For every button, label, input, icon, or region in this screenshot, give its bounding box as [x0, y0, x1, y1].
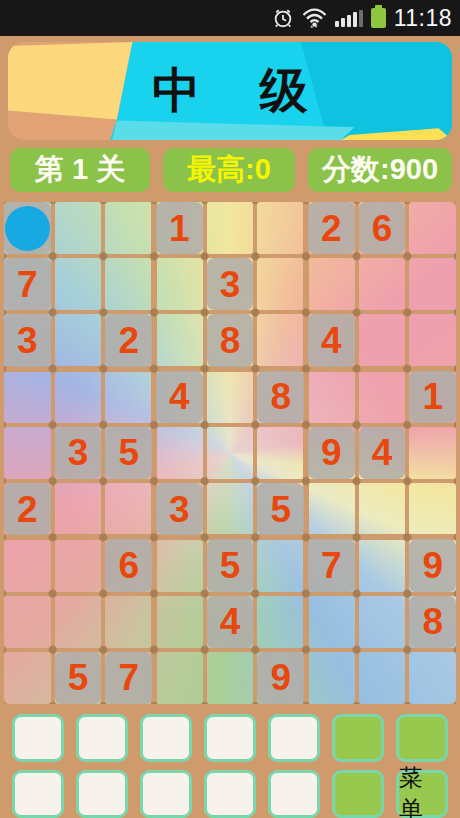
signal-icon [335, 9, 363, 27]
cell-r3c9[interactable] [409, 314, 456, 366]
keypad-green-button[interactable] [332, 714, 384, 762]
cell-number: 8 [220, 322, 241, 359]
cell-number: 9 [422, 547, 443, 584]
level-badge: 第 1 关 [10, 148, 150, 192]
cell-r8c7[interactable] [308, 596, 355, 648]
cell-r5c4[interactable] [156, 427, 203, 479]
cell-r7c1[interactable] [4, 539, 51, 591]
cell-r1c9[interactable] [409, 202, 456, 254]
cell-number: 4 [220, 603, 241, 640]
cell-r4c9[interactable]: 1 [409, 371, 456, 423]
cell-r2c2[interactable] [55, 258, 102, 310]
cell-number: 4 [372, 434, 393, 471]
cell-r5c7[interactable]: 9 [308, 427, 355, 479]
cell-r9c1[interactable] [4, 652, 51, 704]
cell-r8c5[interactable]: 4 [207, 596, 254, 648]
cell-r2c6[interactable] [257, 258, 304, 310]
keypad-green-button[interactable] [396, 714, 448, 762]
cell-r5c1[interactable] [4, 427, 51, 479]
cell-r9c9[interactable] [409, 652, 456, 704]
cell-r8c6[interactable] [257, 596, 304, 648]
score-badge: 分数:900 [308, 148, 452, 192]
cell-number: 4 [321, 322, 342, 359]
cell-r5c5[interactable] [207, 427, 254, 479]
cell-number: 5 [68, 659, 89, 696]
cell-number: 7 [17, 266, 38, 303]
keypad-blank-button[interactable] [204, 770, 256, 818]
sudoku-board-cells: 1267332844813594235657948579 [2, 200, 458, 706]
cell-r8c3[interactable] [105, 596, 152, 648]
cell-number: 2 [321, 210, 342, 247]
cell-number: 1 [169, 210, 190, 247]
sudoku-board: 1267332844813594235657948579 [2, 200, 458, 706]
cell-r6c7[interactable] [308, 483, 355, 535]
cell-r4c7[interactable] [308, 371, 355, 423]
cell-r3c6[interactable] [257, 314, 304, 366]
cell-r9c4[interactable] [156, 652, 203, 704]
cell-r4c4[interactable]: 4 [156, 371, 203, 423]
cell-r2c5[interactable]: 3 [207, 258, 254, 310]
cell-r1c2[interactable] [55, 202, 102, 254]
cell-r6c1[interactable]: 2 [4, 483, 51, 535]
keypad-blank-button[interactable] [76, 714, 128, 762]
keypad-blank-button[interactable] [204, 714, 256, 762]
cell-number: 3 [17, 322, 38, 359]
cell-r3c5[interactable]: 8 [207, 314, 254, 366]
cell-r6c3[interactable] [105, 483, 152, 535]
cell-number: 5 [118, 434, 139, 471]
cell-r9c2[interactable]: 5 [55, 652, 102, 704]
cell-r4c3[interactable] [105, 371, 152, 423]
cell-r2c4[interactable] [156, 258, 203, 310]
cell-r6c2[interactable] [55, 483, 102, 535]
cell-number: 2 [118, 322, 139, 359]
cell-r7c9[interactable]: 9 [409, 539, 456, 591]
cell-number: 8 [422, 603, 443, 640]
cell-r1c6[interactable] [257, 202, 304, 254]
cell-r9c3[interactable]: 7 [105, 652, 152, 704]
cell-r6c8[interactable] [359, 483, 406, 535]
cell-r2c3[interactable] [105, 258, 152, 310]
cell-r7c5[interactable]: 5 [207, 539, 254, 591]
cell-r7c4[interactable] [156, 539, 203, 591]
page-title-banner: 中 级 [8, 42, 452, 140]
cell-r3c2[interactable] [55, 314, 102, 366]
keypad: 菜单 [0, 714, 460, 818]
cell-r4c5[interactable] [207, 371, 254, 423]
app-screen: 11:18 中 级 第 1 关 最高:0 分数:900 126733284481… [0, 0, 460, 818]
cell-number: 2 [17, 491, 38, 528]
cell-r8c1[interactable] [4, 596, 51, 648]
cell-r3c3[interactable]: 2 [105, 314, 152, 366]
status-bar: 11:18 [0, 0, 460, 36]
status-time: 11:18 [394, 5, 452, 32]
cell-r1c7[interactable]: 2 [308, 202, 355, 254]
cell-number: 4 [169, 378, 190, 415]
cell-r5c3[interactable]: 5 [105, 427, 152, 479]
battery-icon [371, 8, 386, 28]
cell-r5c2[interactable]: 3 [55, 427, 102, 479]
cell-r1c1[interactable] [4, 202, 51, 254]
cell-number: 7 [321, 547, 342, 584]
cell-r6c9[interactable] [409, 483, 456, 535]
wifi-icon [302, 7, 327, 29]
cell-number: 9 [321, 434, 342, 471]
cell-number: 3 [68, 434, 89, 471]
cell-r6c6[interactable]: 5 [257, 483, 304, 535]
cell-r1c3[interactable] [105, 202, 152, 254]
keypad-blank-button[interactable] [268, 714, 320, 762]
cell-r1c5[interactable] [207, 202, 254, 254]
cell-r5c8[interactable]: 4 [359, 427, 406, 479]
cell-r5c6[interactable] [257, 427, 304, 479]
cell-r3c7[interactable]: 4 [308, 314, 355, 366]
cell-r8c4[interactable] [156, 596, 203, 648]
keypad-blank-button[interactable] [12, 770, 64, 818]
cell-r2c9[interactable] [409, 258, 456, 310]
keypad-row: 菜单 [0, 770, 460, 818]
cell-r7c8[interactable] [359, 539, 406, 591]
cell-number: 3 [169, 491, 190, 528]
cell-r8c9[interactable]: 8 [409, 596, 456, 648]
cell-r7c3[interactable]: 6 [105, 539, 152, 591]
cell-r4c8[interactable] [359, 371, 406, 423]
cell-number: 9 [270, 659, 291, 696]
cell-r3c1[interactable]: 3 [4, 314, 51, 366]
cell-r9c5[interactable] [207, 652, 254, 704]
best-score-badge: 最高:0 [163, 148, 295, 192]
menu-button[interactable]: 菜单 [396, 770, 448, 818]
cell-number: 7 [118, 659, 139, 696]
cell-r5c9[interactable] [409, 427, 456, 479]
keypad-green-button[interactable] [332, 770, 384, 818]
cell-r8c8[interactable] [359, 596, 406, 648]
cell-r9c7[interactable] [308, 652, 355, 704]
cell-r2c7[interactable] [308, 258, 355, 310]
selected-cell-marker [5, 206, 50, 251]
cell-r4c2[interactable] [55, 371, 102, 423]
cell-r6c4[interactable]: 3 [156, 483, 203, 535]
cell-number: 6 [372, 210, 393, 247]
cell-r3c8[interactable] [359, 314, 406, 366]
page-title: 中 级 [8, 42, 452, 140]
cell-number: 6 [118, 547, 139, 584]
cell-r3c4[interactable] [156, 314, 203, 366]
cell-r7c6[interactable] [257, 539, 304, 591]
cell-r4c1[interactable] [4, 371, 51, 423]
cell-r1c4[interactable]: 1 [156, 202, 203, 254]
keypad-blank-button[interactable] [268, 770, 320, 818]
cell-r6c5[interactable] [207, 483, 254, 535]
cell-r4c6[interactable]: 8 [257, 371, 304, 423]
info-bar: 第 1 关 最高:0 分数:900 [0, 148, 460, 192]
cell-r9c8[interactable] [359, 652, 406, 704]
cell-number: 1 [422, 378, 443, 415]
cell-r8c2[interactable] [55, 596, 102, 648]
keypad-blank-button[interactable] [140, 714, 192, 762]
keypad-row [0, 714, 460, 762]
cell-r7c2[interactable] [55, 539, 102, 591]
cell-number: 5 [270, 491, 291, 528]
cell-r7c7[interactable]: 7 [308, 539, 355, 591]
keypad-blank-button[interactable] [140, 770, 192, 818]
cell-number: 8 [270, 378, 291, 415]
cell-r9c6[interactable]: 9 [257, 652, 304, 704]
cell-number: 3 [220, 266, 241, 303]
cell-number: 5 [220, 547, 241, 584]
keypad-blank-button[interactable] [12, 714, 64, 762]
cell-r2c8[interactable] [359, 258, 406, 310]
alarm-icon [272, 7, 294, 29]
keypad-blank-button[interactable] [76, 770, 128, 818]
cell-r1c8[interactable]: 6 [359, 202, 406, 254]
cell-r2c1[interactable]: 7 [4, 258, 51, 310]
